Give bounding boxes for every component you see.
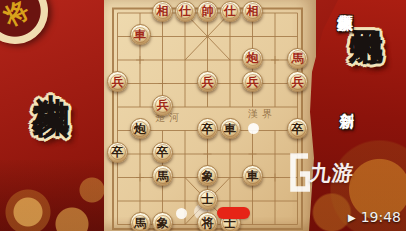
- piece-red-兵-f9r4[interactable]: 兵: [287, 71, 308, 92]
- watermark-logo-icon: [286, 152, 310, 194]
- piece-red-馬-f9r3[interactable]: 馬: [287, 48, 308, 69]
- piece-red-帥-f5r1[interactable]: 帥: [197, 1, 218, 22]
- play-triangle-icon: ▶: [348, 212, 356, 223]
- piece-char: 仕: [224, 5, 236, 17]
- piece-black-卒-f9r6[interactable]: 卒: [287, 118, 308, 139]
- piece-red-仕-f6r1[interactable]: 仕: [220, 1, 241, 22]
- piece-char: 将: [202, 217, 214, 229]
- piece-char: 車: [224, 123, 236, 135]
- piece-char: 卒: [157, 146, 169, 158]
- piece-red-炮-f7r3[interactable]: 炮: [242, 48, 263, 69]
- piece-red-車-f2r2[interactable]: 車: [130, 24, 151, 45]
- piece-char: 卒: [292, 123, 304, 135]
- piece-char: 兵: [157, 99, 169, 111]
- move-dot-0: [248, 123, 259, 134]
- timestamp-value: 19:48: [361, 209, 401, 225]
- piece-black-馬-f3r8[interactable]: 馬: [152, 165, 173, 186]
- piece-black-象-f5r8[interactable]: 象: [197, 165, 218, 186]
- piece-char: 馬: [292, 52, 304, 64]
- piece-red-兵-f3r5[interactable]: 兵: [152, 95, 173, 116]
- piece-char: 帥: [202, 5, 214, 17]
- piece-char: 兵: [202, 76, 214, 88]
- piece-char: 兵: [112, 76, 124, 88]
- piece-red-相-f7r1[interactable]: 相: [242, 1, 263, 22]
- watermark-text: 九游: [309, 159, 356, 187]
- piece-char: 相: [247, 5, 259, 17]
- piece-black-卒-f5r6[interactable]: 卒: [197, 118, 218, 139]
- piece-char: 卒: [202, 123, 214, 135]
- piece-char: 卒: [112, 146, 124, 158]
- watermark: 九游: [286, 152, 354, 194]
- piece-char: 仕: [179, 5, 191, 17]
- piece-black-士-f5r9[interactable]: 士: [197, 189, 218, 210]
- piece-char: 象: [157, 217, 169, 229]
- piece-red-兵-f5r4[interactable]: 兵: [197, 71, 218, 92]
- piece-black-将-f5r10[interactable]: 将: [197, 212, 218, 231]
- left-title: 大神象棋: [30, 64, 71, 231]
- piece-black-車-f7r8[interactable]: 車: [242, 165, 263, 186]
- piece-red-相-f3r1[interactable]: 相: [152, 1, 173, 22]
- piece-char: 兵: [292, 76, 304, 88]
- piece-char: 士: [202, 193, 214, 205]
- piece-black-卒-f1r7[interactable]: 卒: [107, 142, 128, 163]
- piece-black-馬-f2r10[interactable]: 馬: [130, 212, 151, 231]
- piece-char: 車: [134, 29, 146, 41]
- piece-black-車-f6r6[interactable]: 車: [220, 118, 241, 139]
- piece-black-炮-f2r6[interactable]: 炮: [130, 118, 151, 139]
- timestamp: ▶ 19:48: [348, 209, 401, 225]
- piece-char: 車: [247, 170, 259, 182]
- move-dot-1: [176, 208, 187, 219]
- river-label-right: 漢界: [248, 107, 276, 121]
- piece-char: 相: [157, 5, 169, 17]
- piece-black-象-f3r10[interactable]: 象: [152, 212, 173, 231]
- red-annotation-bar: [217, 207, 250, 219]
- piece-char: 馬: [157, 170, 169, 182]
- piece-char: 馬: [134, 217, 146, 229]
- piece-red-兵-f7r4[interactable]: 兵: [242, 71, 263, 92]
- piece-char: 炮: [134, 123, 146, 135]
- piece-char: 兵: [247, 76, 259, 88]
- piece-black-卒-f3r7[interactable]: 卒: [152, 142, 173, 163]
- right-title: 中炮对屏风马: [347, 3, 385, 231]
- piece-char: 象: [202, 170, 214, 182]
- piece-red-仕-f4r1[interactable]: 仕: [175, 1, 196, 22]
- piece-red-兵-f1r4[interactable]: 兵: [107, 71, 128, 92]
- video-thumbnail: 将 大神象棋 楚河 漢界 相仕帥仕相車炮馬兵兵兵兵兵炮卒車卒卒卒馬象車士馬象将士…: [0, 0, 406, 231]
- decor-piece-char: 将: [0, 0, 35, 33]
- piece-char: 炮: [247, 52, 259, 64]
